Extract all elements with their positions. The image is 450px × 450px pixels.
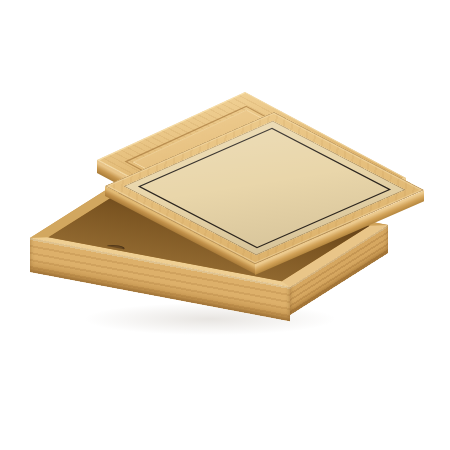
product-photo-wooden-chess-box	[0, 0, 450, 450]
